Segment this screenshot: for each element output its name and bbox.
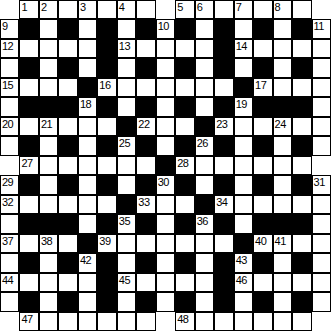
- cell-r7c0[interactable]: [0, 136, 19, 155]
- cell-r11c10[interactable]: 36: [195, 214, 214, 233]
- black-cell-r7c13: [253, 136, 272, 155]
- black-cell-r11c11: [214, 214, 233, 233]
- cell-r4c14[interactable]: [273, 78, 292, 97]
- black-cell-r11c2: [39, 214, 58, 233]
- cell-r5c4[interactable]: 18: [78, 97, 97, 116]
- cell-r10c16[interactable]: [312, 195, 331, 214]
- cell-r1c4[interactable]: [78, 19, 97, 38]
- black-cell-r15c9: [175, 292, 194, 311]
- black-cell-r1c1: [19, 19, 38, 38]
- black-cell-r13c1: [19, 253, 38, 272]
- outside-cell-r0c0: [0, 0, 19, 19]
- cell-r11c16[interactable]: [312, 214, 331, 233]
- clue-number-37: 37: [2, 235, 13, 247]
- cell-r13c16[interactable]: [312, 253, 331, 272]
- clue-number-21: 21: [41, 118, 52, 130]
- cell-r0c5[interactable]: [97, 0, 116, 19]
- black-cell-r7c15: [292, 136, 311, 155]
- black-cell-r3c11: [214, 58, 233, 77]
- black-cell-r3c7: [136, 58, 155, 77]
- black-cell-r7c5: [97, 136, 116, 155]
- black-cell-r5c3: [58, 97, 77, 116]
- outside-cell-r0c8: [156, 0, 175, 19]
- clue-number-9: 9: [2, 20, 8, 32]
- clue-number-8: 8: [275, 1, 281, 13]
- cell-r2c14[interactable]: [273, 39, 292, 58]
- cell-r4c2[interactable]: [39, 78, 58, 97]
- black-cell-r7c1: [19, 136, 38, 155]
- cell-r0c15[interactable]: [292, 0, 311, 19]
- cell-r0c11[interactable]: [214, 0, 233, 19]
- cell-r13c12[interactable]: 43: [234, 253, 253, 272]
- cell-r6c16[interactable]: [312, 117, 331, 136]
- cell-r6c1[interactable]: [19, 117, 38, 136]
- cell-r8c4[interactable]: [78, 156, 97, 175]
- black-cell-r2c5: [97, 39, 116, 58]
- cell-r4c3[interactable]: [58, 78, 77, 97]
- cell-r9c12[interactable]: [234, 175, 253, 194]
- cell-r8c2[interactable]: [39, 156, 58, 175]
- cell-r14c15[interactable]: [292, 273, 311, 292]
- clue-number-27: 27: [21, 157, 32, 169]
- cell-r16c14[interactable]: [273, 312, 292, 331]
- cell-r4c9[interactable]: [175, 78, 194, 97]
- cell-r0c9[interactable]: 5: [175, 0, 194, 19]
- cell-r7c2[interactable]: [39, 136, 58, 155]
- cell-r1c12[interactable]: [234, 19, 253, 38]
- cell-r9c14[interactable]: [273, 175, 292, 194]
- clue-number-40: 40: [255, 235, 266, 247]
- black-cell-r9c5: [97, 175, 116, 194]
- black-cell-r13c3: [58, 253, 77, 272]
- cell-r8c10[interactable]: [195, 156, 214, 175]
- cell-r9c10[interactable]: [195, 175, 214, 194]
- cell-r2c0[interactable]: 12: [0, 39, 19, 58]
- clue-number-16: 16: [99, 79, 110, 91]
- cell-r12c1[interactable]: [19, 234, 38, 253]
- cell-r1c8[interactable]: 10: [156, 19, 175, 38]
- cell-r14c16[interactable]: [312, 273, 331, 292]
- cell-r0c12[interactable]: 7: [234, 0, 253, 19]
- cell-r3c16[interactable]: [312, 58, 331, 77]
- clue-number-35: 35: [119, 215, 130, 227]
- cell-r4c8[interactable]: [156, 78, 175, 97]
- black-cell-r1c13: [253, 19, 272, 38]
- black-cell-r15c1: [19, 292, 38, 311]
- clue-number-46: 46: [236, 274, 247, 286]
- cell-r4c16[interactable]: [312, 78, 331, 97]
- cell-r16c6[interactable]: [117, 312, 136, 331]
- cell-r8c13[interactable]: [253, 156, 272, 175]
- clue-number-13: 13: [119, 40, 130, 52]
- cell-r1c14[interactable]: [273, 19, 292, 38]
- cell-r8c5[interactable]: [97, 156, 116, 175]
- cell-r2c16[interactable]: [312, 39, 331, 58]
- black-cell-r3c13: [253, 58, 272, 77]
- cell-r4c6[interactable]: [117, 78, 136, 97]
- clue-number-15: 15: [2, 79, 13, 91]
- clue-number-32: 32: [2, 196, 13, 208]
- clue-number-12: 12: [2, 40, 13, 52]
- clue-number-2: 2: [41, 1, 47, 13]
- clue-number-23: 23: [216, 118, 227, 130]
- cell-r9c8[interactable]: 30: [156, 175, 175, 194]
- cell-r15c8[interactable]: [156, 292, 175, 311]
- clue-number-30: 30: [158, 176, 169, 188]
- cell-r14c2[interactable]: [39, 273, 58, 292]
- cell-r3c10[interactable]: [195, 58, 214, 77]
- black-cell-r11c7: [136, 214, 155, 233]
- black-cell-r3c1: [19, 58, 38, 77]
- cell-r16c1[interactable]: 47: [19, 312, 38, 331]
- clue-number-18: 18: [80, 98, 91, 110]
- cell-r15c12[interactable]: [234, 292, 253, 311]
- cell-r10c3[interactable]: [58, 195, 77, 214]
- cell-r3c4[interactable]: [78, 58, 97, 77]
- black-cell-r1c7: [136, 19, 155, 38]
- cell-r4c5[interactable]: 16: [97, 78, 116, 97]
- cell-r2c12[interactable]: 14: [234, 39, 253, 58]
- cell-r9c4[interactable]: [78, 175, 97, 194]
- black-cell-r13c13: [253, 253, 272, 272]
- black-cell-r15c11: [214, 292, 233, 311]
- cell-r10c11[interactable]: 34: [214, 195, 233, 214]
- cell-r4c13[interactable]: 17: [253, 78, 272, 97]
- cell-r8c12[interactable]: [234, 156, 253, 175]
- outside-cell-r8c0: [0, 156, 19, 175]
- cell-r0c6[interactable]: 4: [117, 0, 136, 19]
- cell-r4c7[interactable]: [136, 78, 155, 97]
- cell-r12c3[interactable]: [58, 234, 77, 253]
- clue-number-33: 33: [138, 196, 149, 208]
- cell-r3c12[interactable]: [234, 58, 253, 77]
- cell-r10c7[interactable]: 33: [136, 195, 155, 214]
- cell-r15c16[interactable]: [312, 292, 331, 311]
- cell-r16c15[interactable]: [292, 312, 311, 331]
- cell-r15c6[interactable]: [117, 292, 136, 311]
- cell-r12c0[interactable]: 37: [0, 234, 19, 253]
- cell-r6c4[interactable]: [78, 117, 97, 136]
- clue-number-1: 1: [21, 1, 27, 13]
- cell-r8c15[interactable]: [292, 156, 311, 175]
- cell-r8c9[interactable]: 28: [175, 156, 194, 175]
- cell-r16c10[interactable]: [195, 312, 214, 331]
- cell-r13c4[interactable]: 42: [78, 253, 97, 272]
- black-cell-r12c12: [234, 234, 253, 253]
- cell-r14c6[interactable]: 45: [117, 273, 136, 292]
- black-cell-r5c1: [19, 97, 38, 116]
- cell-r8c11[interactable]: [214, 156, 233, 175]
- cell-r12c11[interactable]: [214, 234, 233, 253]
- cell-r2c4[interactable]: [78, 39, 97, 58]
- cell-r10c0[interactable]: 32: [0, 195, 19, 214]
- cell-r12c2[interactable]: 38: [39, 234, 58, 253]
- black-cell-r7c9: [175, 136, 194, 155]
- cell-r2c10[interactable]: [195, 39, 214, 58]
- cell-r16c5[interactable]: [97, 312, 116, 331]
- cell-r3c8[interactable]: [156, 58, 175, 77]
- cell-r9c2[interactable]: [39, 175, 58, 194]
- clue-number-31: 31: [314, 176, 325, 188]
- cell-r2c1[interactable]: [19, 39, 38, 58]
- outside-cell-r8c16: [312, 156, 331, 175]
- cell-r5c6[interactable]: [117, 97, 136, 116]
- cell-r14c14[interactable]: [273, 273, 292, 292]
- black-cell-r5c5: [97, 97, 116, 116]
- cell-r10c8[interactable]: [156, 195, 175, 214]
- cell-r14c10[interactable]: [195, 273, 214, 292]
- clue-number-41: 41: [275, 235, 286, 247]
- cell-r14c9[interactable]: [175, 273, 194, 292]
- cell-r7c12[interactable]: [234, 136, 253, 155]
- cell-r0c1[interactable]: 1: [19, 0, 38, 19]
- cell-r8c6[interactable]: [117, 156, 136, 175]
- cell-r3c0[interactable]: [0, 58, 19, 77]
- clue-number-26: 26: [197, 137, 208, 149]
- cell-r7c6[interactable]: 25: [117, 136, 136, 155]
- cell-r9c16[interactable]: 31: [312, 175, 331, 194]
- black-cell-r6c10: [195, 117, 214, 136]
- cell-r8c1[interactable]: 27: [19, 156, 38, 175]
- black-cell-r15c13: [253, 292, 272, 311]
- black-cell-r15c7: [136, 292, 155, 311]
- cell-r13c0[interactable]: [0, 253, 19, 272]
- cell-r10c2[interactable]: [39, 195, 58, 214]
- cell-r6c9[interactable]: [175, 117, 194, 136]
- clue-number-19: 19: [236, 98, 247, 110]
- cell-r11c8[interactable]: [156, 214, 175, 233]
- cell-r7c14[interactable]: [273, 136, 292, 155]
- cell-r11c12[interactable]: [234, 214, 253, 233]
- cell-r12c14[interactable]: 41: [273, 234, 292, 253]
- black-cell-r9c13: [253, 175, 272, 194]
- cell-r0c13[interactable]: [253, 0, 272, 19]
- cell-r6c8[interactable]: [156, 117, 175, 136]
- black-cell-r10c6: [117, 195, 136, 214]
- cell-r4c15[interactable]: [292, 78, 311, 97]
- cell-r12c5[interactable]: 39: [97, 234, 116, 253]
- cell-r15c10[interactable]: [195, 292, 214, 311]
- black-cell-r15c3: [58, 292, 77, 311]
- cell-r10c4[interactable]: [78, 195, 97, 214]
- clue-number-28: 28: [177, 157, 188, 169]
- cell-r6c0[interactable]: 20: [0, 117, 19, 136]
- cell-r7c10[interactable]: 26: [195, 136, 214, 155]
- cell-r2c7[interactable]: [136, 39, 155, 58]
- cell-r12c13[interactable]: 40: [253, 234, 272, 253]
- cell-r5c8[interactable]: [156, 97, 175, 116]
- cell-r10c13[interactable]: [253, 195, 272, 214]
- black-cell-r15c15: [292, 292, 311, 311]
- black-cell-r1c11: [214, 19, 233, 38]
- cell-r12c9[interactable]: [175, 234, 194, 253]
- cell-r16c11[interactable]: [214, 312, 233, 331]
- cell-r10c15[interactable]: [292, 195, 311, 214]
- cell-r8c3[interactable]: [58, 156, 77, 175]
- cell-r5c16[interactable]: [312, 97, 331, 116]
- cell-r12c7[interactable]: [136, 234, 155, 253]
- cell-r10c5[interactable]: [97, 195, 116, 214]
- black-cell-r1c15: [292, 19, 311, 38]
- black-cell-r13c11: [214, 253, 233, 272]
- cell-r0c7[interactable]: [136, 0, 155, 19]
- cell-r6c7[interactable]: 22: [136, 117, 155, 136]
- black-cell-r5c7: [136, 97, 155, 116]
- cell-r0c2[interactable]: 2: [39, 0, 58, 19]
- black-cell-r11c5: [97, 214, 116, 233]
- cell-r11c6[interactable]: 35: [117, 214, 136, 233]
- black-cell-r5c14: [273, 97, 292, 116]
- cell-r12c8[interactable]: [156, 234, 175, 253]
- cell-r15c14[interactable]: [273, 292, 292, 311]
- cell-r14c3[interactable]: [58, 273, 77, 292]
- cell-r11c0[interactable]: [0, 214, 19, 233]
- cell-r6c11[interactable]: 23: [214, 117, 233, 136]
- cell-r1c6[interactable]: [117, 19, 136, 38]
- cell-r4c1[interactable]: [19, 78, 38, 97]
- black-cell-r5c11: [214, 97, 233, 116]
- cell-r5c10[interactable]: [195, 97, 214, 116]
- black-cell-r5c9: [175, 97, 194, 116]
- cell-r14c12[interactable]: 46: [234, 273, 253, 292]
- black-cell-r9c7: [136, 175, 155, 194]
- cell-r14c8[interactable]: [156, 273, 175, 292]
- cell-r16c3[interactable]: [58, 312, 77, 331]
- cell-r0c10[interactable]: 6: [195, 0, 214, 19]
- cell-r12c6[interactable]: [117, 234, 136, 253]
- cell-r16c4[interactable]: [78, 312, 97, 331]
- cell-r1c16[interactable]: 11: [312, 19, 331, 38]
- black-cell-r13c7: [136, 253, 155, 272]
- cell-r7c16[interactable]: [312, 136, 331, 155]
- cell-r0c14[interactable]: 8: [273, 0, 292, 19]
- cell-r1c0[interactable]: 9: [0, 19, 19, 38]
- cell-r12c10[interactable]: [195, 234, 214, 253]
- cell-r9c0[interactable]: 29: [0, 175, 19, 194]
- black-cell-r11c13: [253, 214, 272, 233]
- cell-r13c2[interactable]: [39, 253, 58, 272]
- cell-r15c2[interactable]: [39, 292, 58, 311]
- clue-number-20: 20: [2, 118, 13, 130]
- clue-number-48: 48: [177, 313, 188, 325]
- cell-r8c7[interactable]: [136, 156, 155, 175]
- cell-r13c8[interactable]: [156, 253, 175, 272]
- cell-r15c0[interactable]: [0, 292, 19, 311]
- cell-r10c12[interactable]: [234, 195, 253, 214]
- cell-r14c7[interactable]: [136, 273, 155, 292]
- cell-r13c6[interactable]: [117, 253, 136, 272]
- cell-r2c13[interactable]: [253, 39, 272, 58]
- black-cell-r3c9: [175, 58, 194, 77]
- cell-r10c9[interactable]: [175, 195, 194, 214]
- cell-r14c1[interactable]: [19, 273, 38, 292]
- cell-r10c14[interactable]: [273, 195, 292, 214]
- clue-number-6: 6: [197, 1, 203, 13]
- black-cell-r3c3: [58, 58, 77, 77]
- cell-r5c12[interactable]: 19: [234, 97, 253, 116]
- clue-number-22: 22: [138, 118, 149, 130]
- black-cell-r1c9: [175, 19, 194, 38]
- cell-r5c0[interactable]: [0, 97, 19, 116]
- cell-r7c8[interactable]: [156, 136, 175, 155]
- cell-r16c12[interactable]: [234, 312, 253, 331]
- cell-r0c3[interactable]: [58, 0, 77, 19]
- cell-r3c14[interactable]: [273, 58, 292, 77]
- cell-r1c10[interactable]: [195, 19, 214, 38]
- clue-number-4: 4: [119, 1, 125, 13]
- cell-r16c9[interactable]: 48: [175, 312, 194, 331]
- cell-r15c4[interactable]: [78, 292, 97, 311]
- cell-r16c13[interactable]: [253, 312, 272, 331]
- black-cell-r9c11: [214, 175, 233, 194]
- cell-r1c2[interactable]: [39, 19, 58, 38]
- cell-r2c9[interactable]: [175, 39, 194, 58]
- cell-r16c2[interactable]: [39, 312, 58, 331]
- cell-r3c6[interactable]: [117, 58, 136, 77]
- cell-r4c0[interactable]: 15: [0, 78, 19, 97]
- black-cell-r11c14: [273, 214, 292, 233]
- cell-r2c3[interactable]: [58, 39, 77, 58]
- cell-r14c0[interactable]: 44: [0, 273, 19, 292]
- cell-r2c15[interactable]: [292, 39, 311, 58]
- clue-number-14: 14: [236, 40, 247, 52]
- black-cell-r9c15: [292, 175, 311, 194]
- black-cell-r7c11: [214, 136, 233, 155]
- clue-number-34: 34: [216, 196, 227, 208]
- cell-r4c11[interactable]: [214, 78, 233, 97]
- black-cell-r14c5: [97, 273, 116, 292]
- cell-r9c6[interactable]: [117, 175, 136, 194]
- cell-r0c4[interactable]: 3: [78, 0, 97, 19]
- cell-r8c14[interactable]: [273, 156, 292, 175]
- cell-r6c5[interactable]: [97, 117, 116, 136]
- clue-number-47: 47: [21, 313, 32, 325]
- cell-r6c12[interactable]: [234, 117, 253, 136]
- black-cell-r4c4: [78, 78, 97, 97]
- cell-r6c15[interactable]: [292, 117, 311, 136]
- clue-number-5: 5: [177, 1, 183, 13]
- cell-r16c7[interactable]: [136, 312, 155, 331]
- cell-r2c6[interactable]: 13: [117, 39, 136, 58]
- cell-r14c4[interactable]: [78, 273, 97, 292]
- outside-cell-r16c8: [156, 312, 175, 331]
- cell-r12c16[interactable]: [312, 234, 331, 253]
- cell-r12c15[interactable]: [292, 234, 311, 253]
- black-cell-r11c15: [292, 214, 311, 233]
- cell-r2c8[interactable]: [156, 39, 175, 58]
- cell-r7c4[interactable]: [78, 136, 97, 155]
- clue-number-38: 38: [41, 235, 52, 247]
- clue-number-11: 11: [314, 20, 324, 32]
- cell-r10c1[interactable]: [19, 195, 38, 214]
- cell-r2c2[interactable]: [39, 39, 58, 58]
- black-cell-r10c10: [195, 195, 214, 214]
- cell-r6c13[interactable]: [253, 117, 272, 136]
- cell-r3c2[interactable]: [39, 58, 58, 77]
- cell-r6c14[interactable]: 24: [273, 117, 292, 136]
- cell-r13c14[interactable]: [273, 253, 292, 272]
- cell-r13c10[interactable]: [195, 253, 214, 272]
- cell-r6c3[interactable]: [58, 117, 77, 136]
- outside-cell-r16c16: [312, 312, 331, 331]
- cell-r11c4[interactable]: [78, 214, 97, 233]
- cell-r6c2[interactable]: 21: [39, 117, 58, 136]
- clue-number-44: 44: [2, 274, 13, 286]
- clue-number-36: 36: [197, 215, 208, 227]
- cell-r14c13[interactable]: [253, 273, 272, 292]
- black-cell-r6c6: [117, 117, 136, 136]
- cell-r4c10[interactable]: [195, 78, 214, 97]
